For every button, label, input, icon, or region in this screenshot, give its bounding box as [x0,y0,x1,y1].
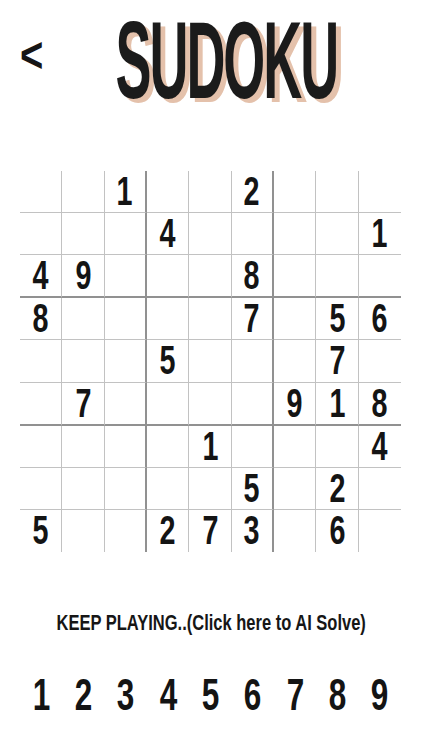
cell-r2c3[interactable] [105,213,147,255]
cell-r6c8[interactable]: 1 [316,383,358,426]
cell-r5c1[interactable] [20,340,62,382]
given-digit: 7 [244,298,260,339]
cell-r1c4[interactable] [147,171,189,213]
status-message: KEEP PLAYING..(Click here to AI Solve) [56,608,365,638]
cell-r3c3[interactable] [105,255,147,298]
cell-r2c5[interactable] [189,213,231,255]
cell-r8c1[interactable] [20,468,62,510]
cell-r3c5[interactable] [189,255,231,298]
given-digit: 5 [329,298,345,339]
given-digit: 8 [244,255,260,296]
cell-r9c6[interactable]: 3 [232,510,274,552]
cell-r4c3[interactable] [105,298,147,340]
given-digit: 5 [244,468,260,509]
cell-r4c6[interactable]: 7 [232,298,274,340]
cell-r5c9[interactable] [359,340,401,382]
cell-r7c1[interactable] [20,426,62,468]
cell-r9c5[interactable]: 7 [189,510,231,552]
cell-r2c2[interactable] [62,213,104,255]
numpad-key-label: 2 [75,672,93,717]
cell-r8c2[interactable] [62,468,104,510]
numpad-key-6[interactable]: 6 [232,672,274,717]
cell-r6c1[interactable] [20,383,62,426]
cell-r9c7[interactable] [274,510,316,552]
numpad-key-3[interactable]: 3 [105,672,147,717]
cell-r7c5[interactable]: 1 [189,426,231,468]
cell-r3c9[interactable] [359,255,401,298]
cell-r4c2[interactable] [62,298,104,340]
cell-r1c2[interactable] [62,171,104,213]
cell-r3c4[interactable] [147,255,189,298]
cell-r7c9[interactable]: 4 [359,426,401,468]
cell-r1c9[interactable] [359,171,401,213]
cell-r8c5[interactable] [189,468,231,510]
numpad-key-label: 8 [329,672,347,717]
cell-r2c1[interactable] [20,213,62,255]
cell-r7c6[interactable] [232,426,274,468]
given-digit: 4 [372,426,388,467]
numpad-key-1[interactable]: 1 [20,672,62,717]
numpad-key-4[interactable]: 4 [147,672,189,717]
numpad-key-2[interactable]: 2 [62,672,104,717]
given-digit: 5 [160,340,176,381]
cell-r4c8[interactable]: 5 [316,298,358,340]
cell-r4c9[interactable]: 6 [359,298,401,340]
numpad-key-label: 4 [159,672,177,717]
header: SUDOKU [0,5,408,115]
cell-r9c8[interactable]: 6 [316,510,358,552]
cell-r7c7[interactable] [274,426,316,468]
given-digit: 8 [33,298,49,339]
cell-r8c6[interactable]: 5 [232,468,274,510]
cell-r1c6[interactable]: 2 [232,171,274,213]
numpad-key-label: 1 [32,672,50,717]
cell-r5c3[interactable] [105,340,147,382]
sudoku-app: < SUDOKU 12414988756577918145252736 KEEP… [0,0,422,750]
cell-r9c4[interactable]: 2 [147,510,189,552]
given-digit: 4 [160,213,176,254]
given-digit: 1 [372,213,388,254]
page-title: SUDOKU [115,5,337,115]
cell-r5c6[interactable] [232,340,274,382]
cell-r8c9[interactable] [359,468,401,510]
given-digit: 1 [202,426,218,467]
given-digit: 8 [372,383,388,424]
given-digit: 3 [244,510,260,551]
cell-r5c2[interactable] [62,340,104,382]
given-digit: 7 [75,383,91,424]
given-digit: 7 [202,510,218,551]
cell-r8c4[interactable] [147,468,189,510]
ai-solve-status-link[interactable]: KEEP PLAYING..(Click here to AI Solve) [0,608,422,638]
cell-r4c1[interactable]: 8 [20,298,62,340]
cell-r9c2[interactable] [62,510,104,552]
cell-r1c5[interactable] [189,171,231,213]
number-pad: 123456789 [20,672,401,716]
given-digit: 1 [117,171,133,212]
cell-r1c1[interactable] [20,171,62,213]
cell-r6c6[interactable] [232,383,274,426]
cell-r8c3[interactable] [105,468,147,510]
cell-r4c5[interactable] [189,298,231,340]
cell-r7c3[interactable] [105,426,147,468]
cell-r2c4[interactable]: 4 [147,213,189,255]
given-digit: 1 [329,383,345,424]
cell-r5c7[interactable] [274,340,316,382]
numpad-key-7[interactable]: 7 [274,672,316,717]
cell-r9c1[interactable]: 5 [20,510,62,552]
cell-r9c3[interactable] [105,510,147,552]
cell-r7c4[interactable] [147,426,189,468]
cell-r3c7[interactable] [274,255,316,298]
cell-r5c8[interactable]: 7 [316,340,358,382]
cell-r8c7[interactable] [274,468,316,510]
numpad-key-8[interactable]: 8 [316,672,358,717]
cell-r5c4[interactable]: 5 [147,340,189,382]
cell-r2c9[interactable]: 1 [359,213,401,255]
cell-r1c3[interactable]: 1 [105,171,147,213]
cell-r3c6[interactable]: 8 [232,255,274,298]
given-digit: 2 [244,171,260,212]
cell-r3c1[interactable]: 4 [20,255,62,298]
cell-r4c4[interactable] [147,298,189,340]
cell-r5c5[interactable] [189,340,231,382]
numpad-key-label: 3 [117,672,135,717]
cell-r7c2[interactable] [62,426,104,468]
cell-r6c3[interactable] [105,383,147,426]
cell-r3c2[interactable]: 9 [62,255,104,298]
cell-r6c2[interactable]: 7 [62,383,104,426]
given-digit: 6 [372,298,388,339]
cell-r4c7[interactable] [274,298,316,340]
cell-r9c9[interactable] [359,510,401,552]
numpad-key-label: 9 [371,672,389,717]
given-digit: 2 [160,510,176,551]
cell-r2c8[interactable] [316,213,358,255]
numpad-key-label: 7 [286,672,304,717]
cell-r6c7[interactable]: 9 [274,383,316,426]
numpad-key-label: 6 [244,672,262,717]
numpad-key-5[interactable]: 5 [189,672,231,717]
given-digit: 4 [33,255,49,296]
cell-r2c7[interactable] [274,213,316,255]
sudoku-board: 12414988756577918145252736 [20,171,401,552]
given-digit: 5 [33,510,49,551]
given-digit: 7 [329,340,345,381]
cell-r6c4[interactable] [147,383,189,426]
cell-r8c8[interactable]: 2 [316,468,358,510]
cell-r7c8[interactable] [316,426,358,468]
numpad-key-label: 5 [202,672,220,717]
given-digit: 9 [75,255,91,296]
given-digit: 9 [287,383,303,424]
given-digit: 2 [329,468,345,509]
cell-r1c7[interactable] [274,171,316,213]
cell-r6c5[interactable] [189,383,231,426]
cell-r6c9[interactable]: 8 [359,383,401,426]
cell-r2c6[interactable] [232,213,274,255]
cell-r1c8[interactable] [316,171,358,213]
cell-r3c8[interactable] [316,255,358,298]
given-digit: 6 [329,510,345,551]
numpad-key-9[interactable]: 9 [359,672,401,717]
